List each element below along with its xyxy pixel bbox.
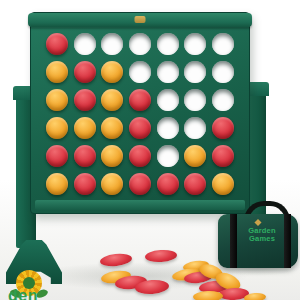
empty-hole bbox=[184, 89, 206, 111]
empty-hole bbox=[212, 89, 234, 111]
board-cell-r5c6 bbox=[182, 142, 210, 170]
empty-hole bbox=[101, 33, 123, 55]
yellow-disc bbox=[46, 173, 68, 195]
yellow-disc bbox=[46, 117, 68, 139]
red-disc bbox=[74, 145, 96, 167]
board-cell-r1c3 bbox=[98, 30, 126, 58]
red-disc bbox=[129, 117, 151, 139]
board-cell-r4c4 bbox=[126, 114, 154, 142]
board-cell-r2c5 bbox=[154, 58, 182, 86]
red-disc bbox=[46, 33, 68, 55]
board-cell-r1c7 bbox=[209, 30, 237, 58]
bag-label-line2: Games bbox=[240, 235, 284, 243]
empty-hole bbox=[74, 33, 96, 55]
yellow-disc bbox=[46, 61, 68, 83]
yellow-disc bbox=[101, 173, 123, 195]
bag-strap-left bbox=[230, 214, 237, 268]
bag-label: Garden Games bbox=[240, 227, 284, 244]
board-cell-r4c2 bbox=[71, 114, 99, 142]
yellow-disc bbox=[212, 173, 234, 195]
board-cell-r3c6 bbox=[182, 86, 210, 114]
board-cell-r2c6 bbox=[182, 58, 210, 86]
red-disc bbox=[212, 117, 234, 139]
bag-strap-right bbox=[284, 214, 291, 268]
watermark-text: den bbox=[8, 287, 38, 300]
board-cell-r3c2 bbox=[71, 86, 99, 114]
board-cell-r2c3 bbox=[98, 58, 126, 86]
board-cell-r3c7 bbox=[209, 86, 237, 114]
board-cell-r6c3 bbox=[98, 170, 126, 198]
board-cell-r4c7 bbox=[209, 114, 237, 142]
loose-yellow-disc bbox=[193, 290, 223, 300]
red-disc bbox=[129, 173, 151, 195]
yellow-disc bbox=[101, 145, 123, 167]
board-cell-r3c3 bbox=[98, 86, 126, 114]
red-disc bbox=[129, 145, 151, 167]
board-cell-r4c6 bbox=[182, 114, 210, 142]
red-disc bbox=[46, 145, 68, 167]
red-disc bbox=[184, 173, 206, 195]
board-cell-r5c5 bbox=[154, 142, 182, 170]
board-cell-r6c7 bbox=[209, 170, 237, 198]
board-cell-r3c5 bbox=[154, 86, 182, 114]
board-cell-r1c5 bbox=[154, 30, 182, 58]
empty-hole bbox=[157, 89, 179, 111]
board-cell-r2c2 bbox=[71, 58, 99, 86]
board-cell-r6c4 bbox=[126, 170, 154, 198]
red-disc bbox=[74, 89, 96, 111]
red-disc bbox=[74, 61, 96, 83]
carry-bag: Garden Games bbox=[218, 214, 298, 268]
board-cell-r5c1 bbox=[43, 142, 71, 170]
board-cell-r1c6 bbox=[182, 30, 210, 58]
board-cell-r3c4 bbox=[126, 86, 154, 114]
board-cell-r6c5 bbox=[154, 170, 182, 198]
empty-hole bbox=[212, 33, 234, 55]
empty-hole bbox=[184, 117, 206, 139]
red-disc bbox=[129, 89, 151, 111]
product-photo: Garden Games den bbox=[0, 0, 300, 300]
board-cell-r5c7 bbox=[209, 142, 237, 170]
red-disc bbox=[74, 173, 96, 195]
board-cell-r2c4 bbox=[126, 58, 154, 86]
top-rail bbox=[28, 13, 252, 27]
maker-emblem-icon bbox=[135, 16, 146, 23]
empty-hole bbox=[157, 117, 179, 139]
board-cell-r5c3 bbox=[98, 142, 126, 170]
board-cell-r4c3 bbox=[98, 114, 126, 142]
yellow-disc bbox=[46, 89, 68, 111]
yellow-disc bbox=[74, 117, 96, 139]
board-grid bbox=[43, 30, 237, 198]
empty-hole bbox=[157, 33, 179, 55]
red-disc bbox=[157, 173, 179, 195]
yellow-disc bbox=[101, 61, 123, 83]
empty-hole bbox=[184, 33, 206, 55]
board-cell-r4c1 bbox=[43, 114, 71, 142]
board-cell-r5c4 bbox=[126, 142, 154, 170]
board-cell-r2c1 bbox=[43, 58, 71, 86]
yellow-disc bbox=[184, 145, 206, 167]
empty-hole bbox=[184, 61, 206, 83]
empty-hole bbox=[129, 61, 151, 83]
yellow-disc bbox=[101, 117, 123, 139]
red-disc bbox=[212, 145, 234, 167]
empty-hole bbox=[212, 61, 234, 83]
empty-hole bbox=[157, 145, 179, 167]
board-cell-r6c1 bbox=[43, 170, 71, 198]
empty-hole bbox=[129, 33, 151, 55]
board-cell-r4c5 bbox=[154, 114, 182, 142]
yellow-disc bbox=[101, 89, 123, 111]
board-cell-r1c2 bbox=[71, 30, 99, 58]
board-cell-r5c2 bbox=[71, 142, 99, 170]
loose-red-disc bbox=[145, 249, 178, 263]
bottom-frame-lip bbox=[35, 200, 245, 210]
board-cell-r6c2 bbox=[71, 170, 99, 198]
board-cell-r6c6 bbox=[182, 170, 210, 198]
connect-four-board bbox=[30, 12, 250, 214]
empty-hole bbox=[157, 61, 179, 83]
board-cell-r2c7 bbox=[209, 58, 237, 86]
board-cell-r1c4 bbox=[126, 30, 154, 58]
board-cell-r1c1 bbox=[43, 30, 71, 58]
board-cell-r3c1 bbox=[43, 86, 71, 114]
